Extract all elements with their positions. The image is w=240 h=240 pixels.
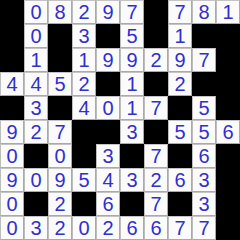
blocked-cell — [0, 96, 24, 120]
grid-cell[interactable]: 0 — [0, 144, 24, 168]
grid-cell[interactable]: 6 — [192, 144, 216, 168]
blocked-cell — [144, 72, 168, 96]
grid-cell[interactable]: 6 — [168, 168, 192, 192]
grid-cell[interactable]: 7 — [144, 144, 168, 168]
grid-cell[interactable]: 9 — [96, 0, 120, 24]
grid-cell[interactable]: 0 — [0, 192, 24, 216]
grid-cell[interactable]: 1 — [120, 72, 144, 96]
blocked-cell — [216, 144, 240, 168]
blocked-cell — [120, 192, 144, 216]
grid-cell[interactable]: 0 — [48, 144, 72, 168]
blocked-cell — [216, 24, 240, 48]
blocked-cell — [0, 48, 24, 72]
grid-cell[interactable]: 2 — [48, 192, 72, 216]
blocked-cell — [144, 0, 168, 24]
blocked-cell — [96, 24, 120, 48]
grid-cell[interactable]: 1 — [216, 0, 240, 24]
blocked-cell — [168, 144, 192, 168]
blocked-cell — [216, 216, 240, 240]
grid-cell[interactable]: 9 — [120, 48, 144, 72]
grid-cell[interactable]: 4 — [96, 168, 120, 192]
grid-cell[interactable]: 7 — [48, 120, 72, 144]
blocked-cell — [72, 120, 96, 144]
blocked-cell — [72, 144, 96, 168]
grid-cell[interactable]: 6 — [216, 120, 240, 144]
grid-cell[interactable]: 0 — [24, 168, 48, 192]
grid-cell[interactable]: 9 — [0, 120, 24, 144]
blocked-cell — [216, 48, 240, 72]
grid-cell[interactable]: 6 — [144, 216, 168, 240]
blocked-cell — [96, 72, 120, 96]
blocked-cell — [24, 144, 48, 168]
grid-cell[interactable]: 0 — [0, 216, 24, 240]
grid-cell[interactable]: 8 — [48, 0, 72, 24]
grid-cell[interactable]: 7 — [144, 96, 168, 120]
grid-cell[interactable]: 7 — [168, 216, 192, 240]
grid-cell[interactable]: 3 — [192, 192, 216, 216]
grid-cell[interactable]: 7 — [144, 192, 168, 216]
blocked-cell — [192, 24, 216, 48]
blocked-cell — [96, 120, 120, 144]
grid-cell[interactable]: 2 — [144, 168, 168, 192]
blocked-cell — [216, 168, 240, 192]
blocked-cell — [48, 48, 72, 72]
blocked-cell — [168, 96, 192, 120]
grid-cell[interactable]: 4 — [72, 96, 96, 120]
grid-cell[interactable]: 8 — [192, 0, 216, 24]
grid-cell[interactable]: 6 — [120, 216, 144, 240]
grid-cell[interactable]: 4 — [0, 72, 24, 96]
grid-cell[interactable]: 2 — [96, 216, 120, 240]
blocked-cell — [48, 24, 72, 48]
grid-cell[interactable]: 2 — [72, 0, 96, 24]
blocked-cell — [0, 24, 24, 48]
grid-cell[interactable]: 5 — [192, 120, 216, 144]
grid-cell[interactable]: 0 — [24, 24, 48, 48]
blocked-cell — [216, 192, 240, 216]
grid-cell[interactable]: 0 — [24, 0, 48, 24]
grid-cell[interactable]: 3 — [96, 144, 120, 168]
grid-cell[interactable]: 7 — [120, 0, 144, 24]
grid-cell[interactable]: 1 — [24, 48, 48, 72]
grid-cell[interactable]: 3 — [192, 168, 216, 192]
blocked-cell — [120, 144, 144, 168]
blocked-cell — [0, 0, 24, 24]
grid-cell[interactable]: 6 — [96, 192, 120, 216]
blocked-cell — [192, 72, 216, 96]
grid-cell[interactable]: 5 — [48, 72, 72, 96]
blocked-cell — [216, 72, 240, 96]
blocked-cell — [72, 192, 96, 216]
grid-cell[interactable]: 5 — [192, 96, 216, 120]
grid-cell[interactable]: 2 — [168, 72, 192, 96]
grid-cell[interactable]: 2 — [144, 48, 168, 72]
blocked-cell — [216, 96, 240, 120]
grid-cell[interactable]: 9 — [168, 48, 192, 72]
grid-cell[interactable]: 0 — [72, 216, 96, 240]
grid-cell[interactable]: 1 — [168, 24, 192, 48]
grid-cell[interactable]: 5 — [168, 120, 192, 144]
blocked-cell — [168, 192, 192, 216]
grid-cell[interactable]: 7 — [192, 216, 216, 240]
grid-cell[interactable]: 0 — [96, 96, 120, 120]
grid-cell[interactable]: 9 — [0, 168, 24, 192]
puzzle-grid: 0829778103511199297445212340175927355600… — [0, 0, 240, 240]
grid-cell[interactable]: 7 — [192, 48, 216, 72]
grid-cell[interactable]: 5 — [120, 24, 144, 48]
grid-cell[interactable]: 2 — [48, 216, 72, 240]
grid-cell[interactable]: 1 — [120, 96, 144, 120]
blocked-cell — [144, 120, 168, 144]
grid-cell[interactable]: 2 — [72, 72, 96, 96]
grid-cell[interactable]: 4 — [24, 72, 48, 96]
grid-cell[interactable]: 2 — [24, 120, 48, 144]
blocked-cell — [48, 96, 72, 120]
grid-cell[interactable]: 5 — [72, 168, 96, 192]
grid-cell[interactable]: 3 — [24, 96, 48, 120]
grid-cell[interactable]: 3 — [120, 168, 144, 192]
grid-cell[interactable]: 3 — [72, 24, 96, 48]
blocked-cell — [24, 192, 48, 216]
blocked-cell — [144, 24, 168, 48]
grid-cell[interactable]: 3 — [24, 216, 48, 240]
grid-cell[interactable]: 9 — [48, 168, 72, 192]
grid-cell[interactable]: 1 — [72, 48, 96, 72]
grid-cell[interactable]: 7 — [168, 0, 192, 24]
grid-cell[interactable]: 9 — [96, 48, 120, 72]
grid-cell[interactable]: 3 — [120, 120, 144, 144]
